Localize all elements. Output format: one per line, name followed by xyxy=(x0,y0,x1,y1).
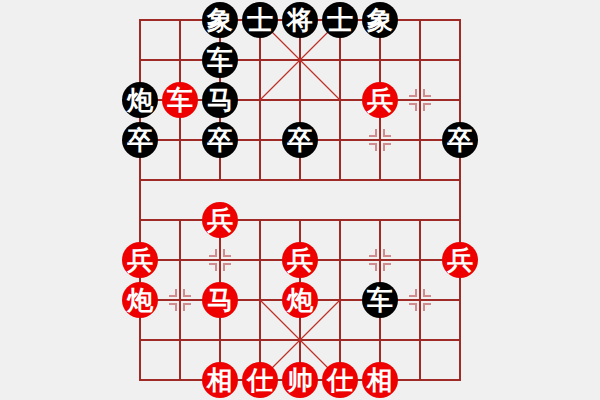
piece-red-soldier[interactable]: 兵 xyxy=(122,242,158,278)
piece-black-horse[interactable]: 马 xyxy=(202,82,238,118)
piece-red-general[interactable]: 帅 xyxy=(282,362,318,398)
piece-red-cannon[interactable]: 炮 xyxy=(282,282,318,318)
piece-black-advisor[interactable]: 士 xyxy=(322,2,358,38)
piece-red-elephant[interactable]: 相 xyxy=(202,362,238,398)
piece-red-cannon[interactable]: 炮 xyxy=(122,282,158,318)
piece-red-horse[interactable]: 马 xyxy=(202,282,238,318)
piece-black-chariot[interactable]: 车 xyxy=(362,282,398,318)
xiangqi-board-screenshot: 象士将士象车炮车马兵卒卒卒卒兵兵兵兵炮马炮车相仕帅仕相 xyxy=(0,0,600,400)
piece-black-elephant[interactable]: 象 xyxy=(202,2,238,38)
piece-black-soldier[interactable]: 卒 xyxy=(282,122,318,158)
piece-red-soldier[interactable]: 兵 xyxy=(362,82,398,118)
piece-red-soldier[interactable]: 兵 xyxy=(202,202,238,238)
piece-black-soldier[interactable]: 卒 xyxy=(442,122,478,158)
xiangqi-board[interactable]: 象士将士象车炮车马兵卒卒卒卒兵兵兵兵炮马炮车相仕帅仕相 xyxy=(120,0,480,400)
piece-black-chariot[interactable]: 车 xyxy=(202,42,238,78)
piece-black-general[interactable]: 将 xyxy=(282,2,318,38)
piece-red-soldier[interactable]: 兵 xyxy=(282,242,318,278)
piece-black-soldier[interactable]: 卒 xyxy=(122,122,158,158)
piece-red-soldier[interactable]: 兵 xyxy=(442,242,478,278)
piece-red-advisor[interactable]: 仕 xyxy=(242,362,278,398)
piece-black-elephant[interactable]: 象 xyxy=(362,2,398,38)
piece-black-cannon[interactable]: 炮 xyxy=(122,82,158,118)
piece-black-advisor[interactable]: 士 xyxy=(242,2,278,38)
piece-red-chariot[interactable]: 车 xyxy=(162,82,198,118)
piece-red-advisor[interactable]: 仕 xyxy=(322,362,358,398)
piece-red-elephant[interactable]: 相 xyxy=(362,362,398,398)
piece-black-soldier[interactable]: 卒 xyxy=(202,122,238,158)
